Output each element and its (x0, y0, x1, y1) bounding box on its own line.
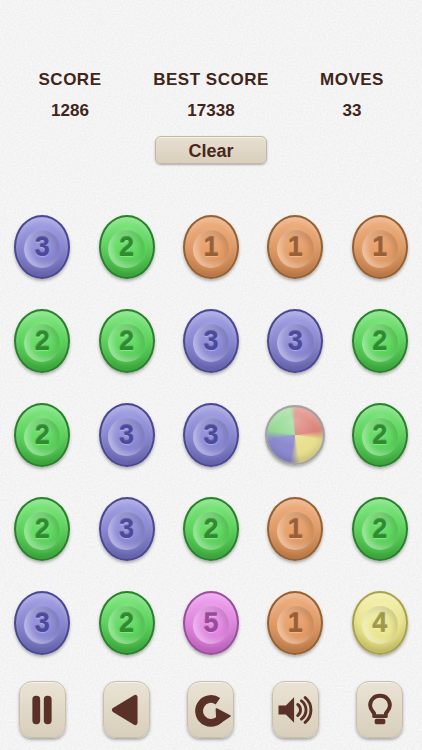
board-cell: 4 (338, 576, 422, 670)
ball-number: 5 (203, 608, 218, 639)
moves-block: MOVES 33 (282, 70, 422, 121)
sound-button[interactable] (272, 681, 319, 738)
ball-number: 2 (372, 420, 387, 451)
ball-number: 2 (372, 514, 387, 545)
board-cell: 2 (338, 294, 422, 388)
board-cell: 1 (253, 482, 337, 576)
ball-blue-3[interactable]: 3 (183, 403, 239, 467)
clear-button[interactable]: Clear (155, 136, 267, 164)
board-cell: 1 (338, 200, 422, 294)
board-cell: 2 (0, 482, 84, 576)
ball-green-2[interactable]: 2 (14, 403, 70, 467)
ball-number: 2 (35, 514, 50, 545)
ball-green-2[interactable]: 2 (14, 309, 70, 373)
ball-green-2[interactable]: 2 (14, 497, 70, 561)
sound-icon (273, 688, 317, 732)
board-cell (253, 388, 337, 482)
ball-number: 3 (119, 514, 134, 545)
ball-number: 1 (203, 232, 218, 263)
ball-number: 3 (119, 420, 134, 451)
ball-blue-3[interactable]: 3 (267, 309, 323, 373)
toolbar (0, 681, 422, 738)
ball-yellow-4[interactable]: 4 (352, 591, 408, 655)
ball-number: 4 (372, 608, 387, 639)
ball-blue-3[interactable]: 3 (99, 497, 155, 561)
ball-number: 3 (288, 326, 303, 357)
ball-number: 3 (203, 326, 218, 357)
hint-icon (358, 688, 402, 732)
moves-value: 33 (282, 101, 422, 121)
ball-orange-1[interactable]: 1 (352, 215, 408, 279)
stats-bar: SCORE 1286 BEST SCORE 17338 MOVES 33 (0, 70, 422, 121)
board-cell: 2 (338, 388, 422, 482)
ball-blue-3[interactable]: 3 (99, 403, 155, 467)
hint-button[interactable] (356, 681, 403, 738)
ball-number: 1 (288, 232, 303, 263)
ball-orange-1[interactable]: 1 (267, 215, 323, 279)
ball-number: 2 (119, 232, 134, 263)
pause-icon (20, 688, 64, 732)
ball-number: 2 (35, 420, 50, 451)
board-cell: 2 (84, 200, 168, 294)
ball-blue-3[interactable]: 3 (14, 591, 70, 655)
ball-number: 2 (35, 326, 50, 357)
back-button[interactable] (103, 681, 150, 738)
board-cell: 3 (169, 294, 253, 388)
board-cell: 2 (0, 294, 84, 388)
board-cell: 2 (338, 482, 422, 576)
score-block: SCORE 1286 (0, 70, 140, 121)
ball-blue-3[interactable]: 3 (183, 309, 239, 373)
best-score-block: BEST SCORE 17338 (140, 70, 282, 121)
ball-green-2[interactable]: 2 (99, 591, 155, 655)
ball-green-2[interactable]: 2 (99, 215, 155, 279)
board: 321112233223322321232514 (0, 200, 422, 670)
game-screen: SCORE 1286 BEST SCORE 17338 MOVES 33 Cle… (0, 0, 422, 750)
board-cell: 1 (253, 576, 337, 670)
board-cell: 3 (0, 200, 84, 294)
ball-blue-3[interactable]: 3 (14, 215, 70, 279)
restart-icon (189, 688, 233, 732)
ball-number: 2 (372, 326, 387, 357)
board-cell: 2 (84, 294, 168, 388)
score-label: SCORE (0, 70, 140, 90)
ball-green-2[interactable]: 2 (352, 403, 408, 467)
ball-green-2[interactable]: 2 (183, 497, 239, 561)
best-score-label: BEST SCORE (140, 70, 282, 90)
back-icon (105, 688, 149, 732)
board-cell: 1 (169, 200, 253, 294)
ball-green-2[interactable]: 2 (99, 309, 155, 373)
board-cell: 2 (84, 576, 168, 670)
ball-green-2[interactable]: 2 (352, 497, 408, 561)
board-cell: 3 (84, 388, 168, 482)
ball-orange-1[interactable]: 1 (267, 497, 323, 561)
ball-number: 3 (35, 608, 50, 639)
best-score-value: 17338 (140, 101, 282, 121)
ball-orange-1[interactable]: 1 (267, 591, 323, 655)
board-cell: 2 (169, 482, 253, 576)
board-cell: 1 (253, 200, 337, 294)
ball-pink-5[interactable]: 5 (183, 591, 239, 655)
restart-button[interactable] (187, 681, 234, 738)
ball-number: 2 (203, 514, 218, 545)
board-cell: 2 (0, 388, 84, 482)
board-cell: 5 (169, 576, 253, 670)
board-cell: 3 (253, 294, 337, 388)
ball-number: 2 (119, 326, 134, 357)
pause-button[interactable] (19, 681, 66, 738)
ball-rainbow-wild[interactable] (265, 405, 325, 465)
board-cell: 3 (84, 482, 168, 576)
board-cell: 3 (0, 576, 84, 670)
ball-orange-1[interactable]: 1 (183, 215, 239, 279)
score-value: 1286 (0, 101, 140, 121)
board-cell: 3 (169, 388, 253, 482)
ball-number: 1 (288, 514, 303, 545)
ball-green-2[interactable]: 2 (352, 309, 408, 373)
ball-number: 1 (372, 232, 387, 263)
moves-label: MOVES (282, 70, 422, 90)
ball-number: 3 (35, 232, 50, 263)
ball-number: 2 (119, 608, 134, 639)
ball-number: 3 (203, 420, 218, 451)
ball-number: 1 (288, 608, 303, 639)
